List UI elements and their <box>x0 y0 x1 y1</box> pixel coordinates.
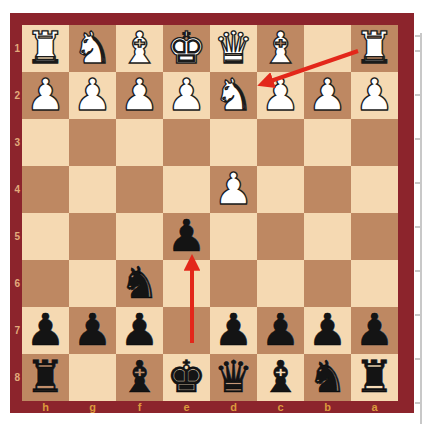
piece-black-rook: ♜ <box>351 354 398 401</box>
gutter-tick <box>415 94 421 96</box>
square-c8[interactable]: ♝ <box>257 354 304 401</box>
square-f5[interactable] <box>116 213 163 260</box>
square-b7[interactable]: ♟ <box>304 307 351 354</box>
board-grid: ♜♞♝♚♛♝♜♟♟♟♟♞♟♟♟♟♟♞♟♟♟♟♟♟♟♜♝♚♛♝♞♜ <box>22 25 398 401</box>
piece-black-queen: ♛ <box>210 354 257 401</box>
square-d5[interactable] <box>210 213 257 260</box>
piece-black-pawn: ♟ <box>351 307 398 354</box>
square-h2[interactable]: ♟ <box>22 72 69 119</box>
gutter-tick <box>415 402 421 404</box>
square-c2[interactable]: ♟ <box>257 72 304 119</box>
file-label-e: e <box>163 401 210 413</box>
square-h7[interactable]: ♟ <box>22 307 69 354</box>
piece-black-knight: ♞ <box>116 260 163 307</box>
square-g8[interactable] <box>69 354 116 401</box>
square-g5[interactable] <box>69 213 116 260</box>
gutter-tick <box>415 314 421 316</box>
square-d7[interactable]: ♟ <box>210 307 257 354</box>
piece-white-pawn: ♟ <box>69 72 116 119</box>
piece-white-pawn: ♟ <box>257 72 304 119</box>
piece-white-rook: ♜ <box>22 25 69 72</box>
gutter-tick <box>415 270 421 272</box>
square-a1[interactable]: ♜ <box>351 25 398 72</box>
square-c1[interactable]: ♝ <box>257 25 304 72</box>
chess-board: ♜♞♝♚♛♝♜♟♟♟♟♞♟♟♟♟♟♞♟♟♟♟♟♟♟♜♝♚♛♝♞♜ 1234567… <box>10 13 414 413</box>
square-f3[interactable] <box>116 119 163 166</box>
piece-black-pawn: ♟ <box>22 307 69 354</box>
piece-white-pawn: ♟ <box>210 166 257 213</box>
file-label-c: c <box>257 401 304 413</box>
square-b2[interactable]: ♟ <box>304 72 351 119</box>
square-a7[interactable]: ♟ <box>351 307 398 354</box>
square-f6[interactable]: ♞ <box>116 260 163 307</box>
piece-white-bishop: ♝ <box>257 25 304 72</box>
rank-label-1: 1 <box>10 25 20 72</box>
square-e4[interactable] <box>163 166 210 213</box>
square-a8[interactable]: ♜ <box>351 354 398 401</box>
square-a6[interactable] <box>351 260 398 307</box>
square-e5[interactable]: ♟ <box>163 213 210 260</box>
rank-label-8: 8 <box>10 354 20 401</box>
piece-white-bishop: ♝ <box>116 25 163 72</box>
square-d3[interactable] <box>210 119 257 166</box>
square-d4[interactable]: ♟ <box>210 166 257 213</box>
gutter-tick <box>415 182 421 184</box>
rank-label-3: 3 <box>10 119 20 166</box>
square-a5[interactable] <box>351 213 398 260</box>
square-e7[interactable] <box>163 307 210 354</box>
square-e8[interactable]: ♚ <box>163 354 210 401</box>
piece-black-bishop: ♝ <box>116 354 163 401</box>
square-h8[interactable]: ♜ <box>22 354 69 401</box>
square-a2[interactable]: ♟ <box>351 72 398 119</box>
piece-black-pawn: ♟ <box>210 307 257 354</box>
square-c7[interactable]: ♟ <box>257 307 304 354</box>
piece-white-knight: ♞ <box>69 25 116 72</box>
square-d6[interactable] <box>210 260 257 307</box>
right-gutter-divider <box>420 33 422 424</box>
piece-black-rook: ♜ <box>22 354 69 401</box>
piece-white-queen: ♛ <box>210 25 257 72</box>
square-g1[interactable]: ♞ <box>69 25 116 72</box>
square-e6[interactable] <box>163 260 210 307</box>
gutter-tick <box>415 50 421 52</box>
square-b6[interactable] <box>304 260 351 307</box>
piece-black-king: ♚ <box>163 354 210 401</box>
piece-white-king: ♚ <box>163 25 210 72</box>
piece-white-pawn: ♟ <box>22 72 69 119</box>
square-a4[interactable] <box>351 166 398 213</box>
square-c6[interactable] <box>257 260 304 307</box>
gutter-tick <box>415 358 421 360</box>
square-f8[interactable]: ♝ <box>116 354 163 401</box>
file-label-h: h <box>22 401 69 413</box>
square-d2[interactable]: ♞ <box>210 72 257 119</box>
file-label-f: f <box>116 401 163 413</box>
piece-white-pawn: ♟ <box>304 72 351 119</box>
square-b3[interactable] <box>304 119 351 166</box>
square-h5[interactable] <box>22 213 69 260</box>
piece-black-bishop: ♝ <box>257 354 304 401</box>
square-g6[interactable] <box>69 260 116 307</box>
rank-label-6: 6 <box>10 260 20 307</box>
file-label-d: d <box>210 401 257 413</box>
square-b1[interactable] <box>304 25 351 72</box>
square-f7[interactable]: ♟ <box>116 307 163 354</box>
square-b8[interactable]: ♞ <box>304 354 351 401</box>
rank-label-4: 4 <box>10 166 20 213</box>
piece-white-pawn: ♟ <box>116 72 163 119</box>
square-e2[interactable]: ♟ <box>163 72 210 119</box>
piece-black-pawn: ♟ <box>163 213 210 260</box>
rank-label-2: 2 <box>10 72 20 119</box>
piece-black-knight: ♞ <box>304 354 351 401</box>
square-e1[interactable]: ♚ <box>163 25 210 72</box>
square-h3[interactable] <box>22 119 69 166</box>
square-c3[interactable] <box>257 119 304 166</box>
square-f1[interactable]: ♝ <box>116 25 163 72</box>
piece-white-knight: ♞ <box>210 72 257 119</box>
gutter-tick <box>415 226 421 228</box>
piece-black-pawn: ♟ <box>116 307 163 354</box>
square-b4[interactable] <box>304 166 351 213</box>
file-label-b: b <box>304 401 351 413</box>
square-g7[interactable]: ♟ <box>69 307 116 354</box>
square-h1[interactable]: ♜ <box>22 25 69 72</box>
file-label-a: a <box>351 401 398 413</box>
rank-label-5: 5 <box>10 213 20 260</box>
square-b5[interactable] <box>304 213 351 260</box>
square-h6[interactable] <box>22 260 69 307</box>
square-c4[interactable] <box>257 166 304 213</box>
piece-white-pawn: ♟ <box>351 72 398 119</box>
square-a3[interactable] <box>351 119 398 166</box>
piece-white-rook: ♜ <box>351 25 398 72</box>
square-h4[interactable] <box>22 166 69 213</box>
gutter-tick <box>415 138 421 140</box>
piece-white-pawn: ♟ <box>163 72 210 119</box>
square-g3[interactable] <box>69 119 116 166</box>
square-d8[interactable]: ♛ <box>210 354 257 401</box>
square-c5[interactable] <box>257 213 304 260</box>
square-e3[interactable] <box>163 119 210 166</box>
square-g4[interactable] <box>69 166 116 213</box>
square-d1[interactable]: ♛ <box>210 25 257 72</box>
piece-black-pawn: ♟ <box>257 307 304 354</box>
file-label-g: g <box>69 401 116 413</box>
square-f2[interactable]: ♟ <box>116 72 163 119</box>
piece-black-pawn: ♟ <box>69 307 116 354</box>
page: ♜♞♝♚♛♝♜♟♟♟♟♞♟♟♟♟♟♞♟♟♟♟♟♟♟♜♝♚♛♝♞♜ 1234567… <box>0 0 425 424</box>
rank-label-7: 7 <box>10 307 20 354</box>
square-g2[interactable]: ♟ <box>69 72 116 119</box>
square-f4[interactable] <box>116 166 163 213</box>
gutter-tick <box>415 35 421 37</box>
piece-black-pawn: ♟ <box>304 307 351 354</box>
